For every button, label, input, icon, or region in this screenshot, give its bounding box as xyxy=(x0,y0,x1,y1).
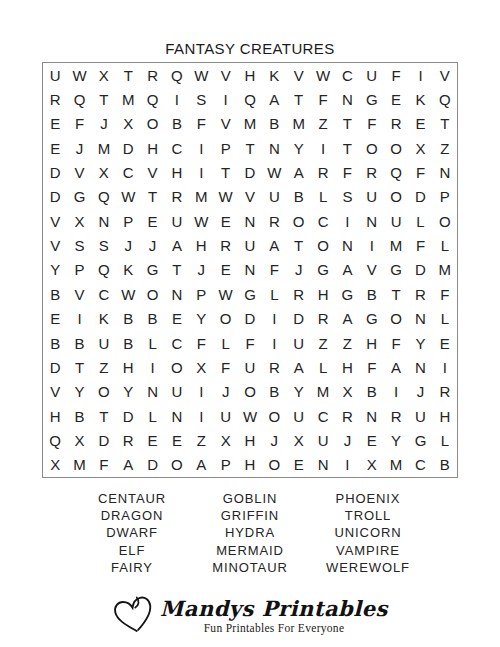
grid-cell-r5c11: A xyxy=(287,160,311,184)
grid-cell-r17c15: M xyxy=(384,453,408,477)
grid-cell-r15c17: H xyxy=(433,404,457,428)
grid-cell-r13c7: X xyxy=(189,355,213,379)
grid-cell-r9c6: T xyxy=(165,258,189,282)
word-list-item: PHOENIX xyxy=(336,490,401,507)
grid-cell-r13c12: L xyxy=(311,355,335,379)
word-list-item: MINOTAUR xyxy=(212,559,288,576)
grid-cell-r3c13: T xyxy=(335,112,359,136)
grid-cell-r6c8: W xyxy=(213,185,237,209)
grid-cell-r1c11: V xyxy=(287,63,311,87)
grid-cell-r5c16: F xyxy=(408,160,432,184)
grid-cell-r13c14: F xyxy=(360,355,384,379)
grid-cell-r8c16: F xyxy=(408,233,432,257)
grid-cell-r3c6: B xyxy=(165,112,189,136)
grid-cell-r10c10: L xyxy=(262,282,286,306)
grid-cell-r15c9: W xyxy=(238,404,262,428)
grid-cell-r11c13: A xyxy=(335,307,359,331)
grid-cell-r10c8: W xyxy=(213,282,237,306)
grid-cell-r11c15: O xyxy=(384,307,408,331)
grid-cell-r3c11: M xyxy=(287,112,311,136)
grid-cell-r7c10: R xyxy=(262,209,286,233)
grid-cell-r11c11: D xyxy=(287,307,311,331)
word-list-item: ELF xyxy=(119,542,146,559)
grid-cell-r7c16: L xyxy=(408,209,432,233)
grid-cell-r15c10: O xyxy=(262,404,286,428)
grid-cell-r8c6: A xyxy=(165,233,189,257)
word-list-item: MERMAID xyxy=(216,542,284,559)
grid-cell-r17c13: I xyxy=(335,453,359,477)
grid-cell-r6c6: R xyxy=(165,185,189,209)
heart-icon xyxy=(109,591,160,640)
grid-cell-r14c12: M xyxy=(311,380,335,404)
grid-cell-r12c16: Y xyxy=(408,331,432,355)
grid-cell-r2c4: M xyxy=(116,87,140,111)
footer-branding: Mandys Printables Fun Printables For Eve… xyxy=(0,595,500,637)
grid-cell-r11c6: E xyxy=(165,307,189,331)
grid-cell-r10c6: N xyxy=(165,282,189,306)
grid-cell-r3c14: F xyxy=(360,112,384,136)
grid-cell-r14c6: U xyxy=(165,380,189,404)
grid-cell-r13c5: I xyxy=(140,355,164,379)
grid-cell-r8c3: S xyxy=(92,233,116,257)
grid-cell-r9c3: Q xyxy=(92,258,116,282)
grid-cell-r12c12: Z xyxy=(311,331,335,355)
grid-cell-r10c17: F xyxy=(433,282,457,306)
grid-cell-r1c8: V xyxy=(213,63,237,87)
brand-logo: Mandys Printables Fun Printables For Eve… xyxy=(112,595,388,637)
grid-cell-r2c8: I xyxy=(213,87,237,111)
grid-cell-r8c12: O xyxy=(311,233,335,257)
grid-cell-r14c4: Y xyxy=(116,380,140,404)
grid-cell-r17c8: P xyxy=(213,453,237,477)
grid-cell-r9c9: N xyxy=(238,258,262,282)
grid-cell-r15c4: D xyxy=(116,404,140,428)
grid-cell-r17c10: O xyxy=(262,453,286,477)
grid-cell-r14c8: J xyxy=(213,380,237,404)
grid-cell-r10c16: R xyxy=(408,282,432,306)
grid-cell-r7c1: V xyxy=(43,209,67,233)
grid-cell-r3c9: M xyxy=(238,112,262,136)
grid-cell-r3c8: V xyxy=(213,112,237,136)
grid-cell-r1c7: W xyxy=(189,63,213,87)
grid-cell-r7c2: X xyxy=(67,209,91,233)
grid-cell-r12c11: U xyxy=(287,331,311,355)
grid-cell-r10c15: T xyxy=(384,282,408,306)
word-list-item: GOBLIN xyxy=(223,490,278,507)
grid-cell-r4c10: N xyxy=(262,136,286,160)
word-list-item: DRAGON xyxy=(101,507,163,524)
grid-cell-r1c14: U xyxy=(360,63,384,87)
grid-cell-r10c2: V xyxy=(67,282,91,306)
grid-cell-r6c12: L xyxy=(311,185,335,209)
grid-cell-r10c9: G xyxy=(238,282,262,306)
grid-cell-r2c14: G xyxy=(360,87,384,111)
grid-cell-r17c5: D xyxy=(140,453,164,477)
grid-cell-r7c7: W xyxy=(189,209,213,233)
word-list-column-2: GOBLINGRIFFINHYDRAMERMAIDMINOTAUR xyxy=(191,490,309,576)
grid-cell-r16c1: Q xyxy=(43,428,67,452)
word-list-item: TROLL xyxy=(345,507,391,524)
grid-cell-r4c17: Z xyxy=(433,136,457,160)
grid-cell-r4c12: I xyxy=(311,136,335,160)
word-list-item: HYDRA xyxy=(225,524,275,541)
grid-cell-r12c14: H xyxy=(360,331,384,355)
grid-cell-r10c12: H xyxy=(311,282,335,306)
grid-cell-r10c13: G xyxy=(335,282,359,306)
grid-cell-r17c3: F xyxy=(92,453,116,477)
grid-cell-r7c15: U xyxy=(384,209,408,233)
grid-cell-r8c1: V xyxy=(43,233,67,257)
grid-cell-r17c17: B xyxy=(433,453,457,477)
grid-cell-r1c12: W xyxy=(311,63,335,87)
grid-cell-r9c17: M xyxy=(433,258,457,282)
grid-cell-r11c17: L xyxy=(433,307,457,331)
grid-cell-r7c17: O xyxy=(433,209,457,233)
grid-cell-r4c9: T xyxy=(238,136,262,160)
word-list-item: WEREWOLF xyxy=(326,559,410,576)
grid-cell-r1c10: K xyxy=(262,63,286,87)
grid-cell-r13c16: N xyxy=(408,355,432,379)
grid-cell-r14c5: N xyxy=(140,380,164,404)
grid-cell-r12c7: F xyxy=(189,331,213,355)
grid-cell-r14c15: I xyxy=(384,380,408,404)
grid-cell-r12c13: Z xyxy=(335,331,359,355)
grid-cell-r12c17: E xyxy=(433,331,457,355)
grid-cell-r5c15: Q xyxy=(384,160,408,184)
grid-cell-r4c13: T xyxy=(335,136,359,160)
grid-cell-r6c10: U xyxy=(262,185,286,209)
grid-cell-r7c14: N xyxy=(360,209,384,233)
grid-cell-r15c16: U xyxy=(408,404,432,428)
grid-cell-r2c11: T xyxy=(287,87,311,111)
grid-cell-r6c9: V xyxy=(238,185,262,209)
grid-cell-r8c17: L xyxy=(433,233,457,257)
grid-cell-r12c4: B xyxy=(116,331,140,355)
grid-cell-r7c8: E xyxy=(213,209,237,233)
grid-cell-r16c8: X xyxy=(213,428,237,452)
grid-cell-r3c12: Z xyxy=(311,112,335,136)
word-list-item: GRIFFIN xyxy=(221,507,279,524)
grid-cell-r2c13: N xyxy=(335,87,359,111)
brand-name: Mandys Printables xyxy=(160,597,388,621)
brand-text-block: Mandys Printables Fun Printables For Eve… xyxy=(160,597,388,635)
grid-cell-r3c2: F xyxy=(67,112,91,136)
grid-cell-r8c15: M xyxy=(384,233,408,257)
grid-cell-r11c5: B xyxy=(140,307,164,331)
grid-cell-r3c7: F xyxy=(189,112,213,136)
word-list-column-1: CENTAURDRAGONDWARFELFFAIRY xyxy=(73,490,191,576)
grid-cell-r3c5: O xyxy=(140,112,164,136)
grid-cell-r9c7: J xyxy=(189,258,213,282)
grid-cell-r14c13: X xyxy=(335,380,359,404)
grid-cell-r15c2: B xyxy=(67,404,91,428)
grid-cell-r4c2: J xyxy=(67,136,91,160)
grid-cell-r16c12: U xyxy=(311,428,335,452)
grid-cell-r6c15: O xyxy=(384,185,408,209)
grid-cell-r13c9: U xyxy=(238,355,262,379)
grid-cell-r9c16: D xyxy=(408,258,432,282)
grid-cell-r10c1: B xyxy=(43,282,67,306)
grid-cell-r15c6: N xyxy=(165,404,189,428)
grid-cell-r9c1: Y xyxy=(43,258,67,282)
grid-cell-r4c6: C xyxy=(165,136,189,160)
grid-cell-r5c8: T xyxy=(213,160,237,184)
grid-cell-r1c6: Q xyxy=(165,63,189,87)
grid-cell-r12c10: I xyxy=(262,331,286,355)
grid-cell-r15c5: L xyxy=(140,404,164,428)
grid-cell-r17c16: C xyxy=(408,453,432,477)
grid-cell-r9c11: J xyxy=(287,258,311,282)
grid-cell-r11c8: O xyxy=(213,307,237,331)
grid-cell-r2c17: Q xyxy=(433,87,457,111)
grid-cell-r1c1: U xyxy=(43,63,67,87)
word-list-item: DWARF xyxy=(106,524,158,541)
grid-cell-r13c17: I xyxy=(433,355,457,379)
grid-cell-r17c12: N xyxy=(311,453,335,477)
grid-cell-r11c9: D xyxy=(238,307,262,331)
grid-cell-r12c5: L xyxy=(140,331,164,355)
grid-cell-r3c17: T xyxy=(433,112,457,136)
grid-cell-r15c14: N xyxy=(360,404,384,428)
grid-cell-r1c2: W xyxy=(67,63,91,87)
grid-cell-r16c14: E xyxy=(360,428,384,452)
grid-cell-r14c9: O xyxy=(238,380,262,404)
puzzle-title: FANTASY CREATURES xyxy=(0,40,500,57)
grid-cell-r2c9: Q xyxy=(238,87,262,111)
grid-cell-r11c10: I xyxy=(262,307,286,331)
grid-cell-r4c3: M xyxy=(92,136,116,160)
grid-cell-r5c1: D xyxy=(43,160,67,184)
grid-cell-r14c16: J xyxy=(408,380,432,404)
grid-cell-r12c9: F xyxy=(238,331,262,355)
grid-cell-r14c17: R xyxy=(433,380,457,404)
grid-cell-r15c3: T xyxy=(92,404,116,428)
grid-cell-r6c11: B xyxy=(287,185,311,209)
grid-cell-r2c16: K xyxy=(408,87,432,111)
grid-cell-r13c1: D xyxy=(43,355,67,379)
brand-tagline: Fun Printables For Everyone xyxy=(204,621,345,635)
grid-cell-r10c5: O xyxy=(140,282,164,306)
grid-cell-r12c6: C xyxy=(165,331,189,355)
grid-cell-r15c12: C xyxy=(311,404,335,428)
grid-cell-r16c4: R xyxy=(116,428,140,452)
grid-cell-r9c4: K xyxy=(116,258,140,282)
grid-cell-r8c2: S xyxy=(67,233,91,257)
grid-cell-r7c5: E xyxy=(140,209,164,233)
grid-cell-r4c7: I xyxy=(189,136,213,160)
grid-cell-r5c3: X xyxy=(92,160,116,184)
grid-cell-r6c17: P xyxy=(433,185,457,209)
grid-cell-r3c4: X xyxy=(116,112,140,136)
grid-cell-r13c10: R xyxy=(262,355,286,379)
grid-cell-r16c5: E xyxy=(140,428,164,452)
grid-cell-r2c3: T xyxy=(92,87,116,111)
grid-cell-r5c17: N xyxy=(433,160,457,184)
grid-cell-r6c13: S xyxy=(335,185,359,209)
grid-cell-r13c11: A xyxy=(287,355,311,379)
grid-cell-r11c2: I xyxy=(67,307,91,331)
grid-cell-r13c6: O xyxy=(165,355,189,379)
grid-cell-r16c17: L xyxy=(433,428,457,452)
grid-cell-r13c2: T xyxy=(67,355,91,379)
grid-cell-r16c16: G xyxy=(408,428,432,452)
grid-cell-r14c3: O xyxy=(92,380,116,404)
grid-cell-r3c15: R xyxy=(384,112,408,136)
grid-cell-r11c12: R xyxy=(311,307,335,331)
grid-cell-r15c7: I xyxy=(189,404,213,428)
grid-cell-r5c12: R xyxy=(311,160,335,184)
grid-cell-r17c11: E xyxy=(287,453,311,477)
grid-cell-r8c4: J xyxy=(116,233,140,257)
grid-cell-r14c14: B xyxy=(360,380,384,404)
grid-cell-r9c14: V xyxy=(360,258,384,282)
grid-cell-r5c4: C xyxy=(116,160,140,184)
grid-cell-r14c7: I xyxy=(189,380,213,404)
grid-cell-r13c13: H xyxy=(335,355,359,379)
grid-cell-r9c2: P xyxy=(67,258,91,282)
grid-cell-r16c13: J xyxy=(335,428,359,452)
grid-cell-r8c7: H xyxy=(189,233,213,257)
grid-cell-r15c13: R xyxy=(335,404,359,428)
grid-cell-r6c1: D xyxy=(43,185,67,209)
word-search-page: FANTASY CREATURES UWXTRQWVHKVWCUFIVRQTMQ… xyxy=(0,0,500,647)
grid-cell-r12c2: B xyxy=(67,331,91,355)
grid-cell-r9c15: G xyxy=(384,258,408,282)
grid-cell-r11c4: B xyxy=(116,307,140,331)
grid-cell-r9c10: F xyxy=(262,258,286,282)
grid-cell-r9c8: E xyxy=(213,258,237,282)
grid-cell-r3c10: B xyxy=(262,112,286,136)
grid-cell-r5c2: V xyxy=(67,160,91,184)
grid-cell-r7c9: N xyxy=(238,209,262,233)
grid-cell-r11c7: Y xyxy=(189,307,213,331)
grid-cell-r17c9: H xyxy=(238,453,262,477)
grid-cell-r8c8: R xyxy=(213,233,237,257)
grid-cell-r5c6: H xyxy=(165,160,189,184)
grid-cell-r2c5: Q xyxy=(140,87,164,111)
grid-cell-r5c9: D xyxy=(238,160,262,184)
grid-cell-r4c1: E xyxy=(43,136,67,160)
grid-cell-r7c6: U xyxy=(165,209,189,233)
word-list-item: UNICORN xyxy=(335,524,402,541)
grid-cell-r2c15: E xyxy=(384,87,408,111)
grid-cell-r9c5: G xyxy=(140,258,164,282)
grid-cell-r8c5: J xyxy=(140,233,164,257)
grid-cell-r14c1: V xyxy=(43,380,67,404)
grid-cell-r15c1: H xyxy=(43,404,67,428)
grid-cell-r13c15: A xyxy=(384,355,408,379)
grid-cell-r12c15: F xyxy=(384,331,408,355)
grid-cell-r7c3: N xyxy=(92,209,116,233)
grid-cell-r6c2: G xyxy=(67,185,91,209)
grid-cell-r5c13: F xyxy=(335,160,359,184)
grid-cell-r6c7: M xyxy=(189,185,213,209)
grid-cell-r7c4: P xyxy=(116,209,140,233)
grid-cell-r14c10: B xyxy=(262,380,286,404)
grid-cell-r15c8: U xyxy=(213,404,237,428)
grid-cell-r2c12: F xyxy=(311,87,335,111)
grid-cell-r7c13: I xyxy=(335,209,359,233)
word-list-item: CENTAUR xyxy=(98,490,166,507)
word-list-item: VAMPIRE xyxy=(336,542,400,559)
grid-cell-r11c16: N xyxy=(408,307,432,331)
grid-cell-r16c2: X xyxy=(67,428,91,452)
grid-cell-r10c3: C xyxy=(92,282,116,306)
grid-cell-r11c3: K xyxy=(92,307,116,331)
grid-cell-r17c1: X xyxy=(43,453,67,477)
grid-cell-r13c4: H xyxy=(116,355,140,379)
grid-cell-r13c8: F xyxy=(213,355,237,379)
grid-cell-r12c8: L xyxy=(213,331,237,355)
grid-cell-r6c16: D xyxy=(408,185,432,209)
grid-cell-r5c7: I xyxy=(189,160,213,184)
grid-cell-r13c3: Z xyxy=(92,355,116,379)
grid-cell-r9c12: G xyxy=(311,258,335,282)
grid-cell-r2c2: Q xyxy=(67,87,91,111)
grid-cell-r8c10: A xyxy=(262,233,286,257)
grid-cell-r4c11: Y xyxy=(287,136,311,160)
grid-cell-r11c1: E xyxy=(43,307,67,331)
grid-cell-r5c10: W xyxy=(262,160,286,184)
grid-cell-r4c5: H xyxy=(140,136,164,160)
grid-cell-r11c14: G xyxy=(360,307,384,331)
grid-cell-r2c7: S xyxy=(189,87,213,111)
grid-cell-r16c3: D xyxy=(92,428,116,452)
grid-cell-r4c14: O xyxy=(360,136,384,160)
grid-cell-r8c14: I xyxy=(360,233,384,257)
grid-cell-r2c6: I xyxy=(165,87,189,111)
grid-cell-r5c5: V xyxy=(140,160,164,184)
grid-cell-r6c4: W xyxy=(116,185,140,209)
grid-cell-r1c16: I xyxy=(408,63,432,87)
grid-cell-r17c4: A xyxy=(116,453,140,477)
grid-cell-r6c3: Q xyxy=(92,185,116,209)
grid-cell-r16c11: X xyxy=(287,428,311,452)
grid-cell-r1c13: C xyxy=(335,63,359,87)
grid-cell-r1c9: H xyxy=(238,63,262,87)
grid-cell-r17c7: A xyxy=(189,453,213,477)
grid-cell-r15c11: U xyxy=(287,404,311,428)
grid-cell-r3c1: E xyxy=(43,112,67,136)
grid-cell-r5c14: R xyxy=(360,160,384,184)
grid-cell-r6c5: T xyxy=(140,185,164,209)
grid-cell-r7c12: C xyxy=(311,209,335,233)
grid-cell-r10c11: R xyxy=(287,282,311,306)
grid-cell-r14c11: Y xyxy=(287,380,311,404)
grid-cell-r16c10: J xyxy=(262,428,286,452)
grid-cell-r3c3: J xyxy=(92,112,116,136)
grid-cell-r16c9: H xyxy=(238,428,262,452)
grid-cell-r4c16: X xyxy=(408,136,432,160)
grid-cell-r1c4: T xyxy=(116,63,140,87)
grid-cell-r10c4: W xyxy=(116,282,140,306)
grid-cell-r2c1: R xyxy=(43,87,67,111)
grid-cell-r10c7: P xyxy=(189,282,213,306)
grid-cell-r1c3: X xyxy=(92,63,116,87)
grid-cell-r1c17: V xyxy=(433,63,457,87)
grid-cell-r17c2: M xyxy=(67,453,91,477)
grid-cell-r12c3: U xyxy=(92,331,116,355)
grid-cell-r4c4: D xyxy=(116,136,140,160)
grid-cell-r17c6: O xyxy=(165,453,189,477)
grid-cell-r8c9: U xyxy=(238,233,262,257)
grid-cell-r2c10: A xyxy=(262,87,286,111)
grid-cell-r16c15: Y xyxy=(384,428,408,452)
grid-cell-r12c1: B xyxy=(43,331,67,355)
grid-cell-r15c15: R xyxy=(384,404,408,428)
grid-cell-r16c6: E xyxy=(165,428,189,452)
grid-cell-r9c13: A xyxy=(335,258,359,282)
